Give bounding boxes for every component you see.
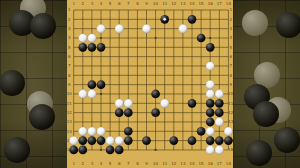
stone-white[interactable]: [97, 24, 106, 33]
coord-label-left: 13: [67, 119, 72, 124]
coord-label-bottom: 9: [145, 161, 148, 166]
coord-label-top: 18: [226, 1, 232, 6]
stone-white[interactable]: [215, 90, 224, 99]
stone-white[interactable]: [206, 146, 215, 155]
coord-label-right: 9: [230, 82, 233, 87]
backdrop-stone-black: [276, 12, 300, 38]
hoshi-point: [155, 149, 157, 151]
stone-white[interactable]: [124, 99, 133, 108]
stone-white[interactable]: [88, 34, 97, 43]
backdrop-stone-black: [246, 140, 272, 166]
coord-label-left: 2: [68, 17, 71, 22]
coord-label-left: 10: [67, 91, 72, 96]
coord-label-right: 8: [230, 73, 233, 78]
coord-label-bottom: 1: [72, 161, 75, 166]
coord-label-top: 6: [118, 1, 121, 6]
coord-label-bottom: 17: [217, 161, 223, 166]
stone-black[interactable]: [78, 146, 87, 155]
stone-white[interactable]: [215, 146, 224, 155]
stone-white[interactable]: [115, 99, 124, 108]
coord-label-right: 16: [228, 147, 233, 152]
stone-black[interactable]: [115, 108, 124, 117]
coord-label-bottom: 6: [118, 161, 121, 166]
stone-black[interactable]: [69, 146, 78, 155]
coord-label-bottom: 3: [91, 161, 94, 166]
coord-label-left: 6: [68, 54, 71, 59]
stone-black[interactable]: [188, 99, 197, 108]
coord-label-top: 14: [189, 1, 195, 6]
stone-black[interactable]: [124, 136, 133, 145]
stone-black[interactable]: [206, 136, 215, 145]
stone-white[interactable]: [206, 80, 215, 89]
stone-white[interactable]: [69, 136, 78, 145]
coord-label-top: 5: [109, 1, 112, 6]
coord-label-top: 8: [136, 1, 139, 6]
stone-black[interactable]: [215, 136, 224, 145]
coord-label-top: 9: [145, 1, 148, 6]
stone-white[interactable]: [206, 62, 215, 71]
stone-white[interactable]: [179, 24, 188, 33]
hoshi-point: [209, 37, 211, 39]
stone-black[interactable]: [124, 108, 133, 117]
stone-black[interactable]: [215, 99, 224, 108]
coord-label-right: 11: [228, 101, 233, 106]
coord-label-right: 1: [230, 7, 233, 12]
coord-label-bottom: 8: [136, 161, 139, 166]
backdrop-stone-black: [274, 127, 300, 153]
stone-black[interactable]: [206, 43, 215, 52]
coord-label-top: 2: [82, 1, 85, 6]
hoshi-point: [155, 37, 157, 39]
coord-label-bottom: 14: [189, 161, 195, 166]
coord-label-bottom: 15: [199, 161, 205, 166]
goban-panel: 1122334455667788991010111112121313141415…: [67, 0, 233, 168]
coord-label-bottom: 4: [100, 161, 103, 166]
coord-label-left: 1: [68, 7, 71, 12]
coord-label-top: 4: [100, 1, 103, 6]
coord-label-left: 3: [68, 26, 71, 31]
stone-black[interactable]: [106, 146, 115, 155]
stone-black[interactable]: [88, 43, 97, 52]
coord-label-left: 12: [67, 110, 72, 115]
coord-label-bottom: 10: [153, 161, 159, 166]
coord-label-bottom: 16: [208, 161, 214, 166]
stone-white[interactable]: [206, 90, 215, 99]
stone-black[interactable]: [151, 90, 160, 99]
coord-label-top: 17: [217, 1, 223, 6]
coord-label-top: 11: [162, 1, 168, 6]
go-board[interactable]: 1122334455667788991010111112121313141415…: [67, 0, 233, 168]
backdrop-stone-black: [253, 101, 279, 127]
stone-white[interactable]: [78, 90, 87, 99]
stone-black[interactable]: [88, 80, 97, 89]
stone-black[interactable]: [206, 108, 215, 117]
screenshot-stage: 1122334455667788991010111112121313141415…: [0, 0, 300, 168]
stone-black[interactable]: [206, 99, 215, 108]
stone-black[interactable]: [188, 136, 197, 145]
stone-black[interactable]: [115, 146, 124, 155]
coord-label-left: 9: [68, 82, 71, 87]
stone-white[interactable]: [142, 24, 151, 33]
coord-label-top: 15: [199, 1, 205, 6]
stone-black[interactable]: [197, 127, 206, 136]
stone-white[interactable]: [215, 118, 224, 127]
stone-black[interactable]: [78, 136, 87, 145]
coord-label-bottom: 12: [171, 161, 177, 166]
stone-black[interactable]: [224, 136, 233, 145]
stone-white[interactable]: [115, 136, 124, 145]
coord-label-left: 7: [68, 63, 71, 68]
backdrop-stone-black: [30, 13, 56, 39]
stone-white[interactable]: [78, 127, 87, 136]
coord-label-right: 2: [230, 17, 233, 22]
coord-label-left: 5: [68, 45, 71, 50]
stone-black[interactable]: [197, 34, 206, 43]
stone-black[interactable]: [78, 43, 87, 52]
stone-black[interactable]: [142, 136, 151, 145]
coord-label-right: 4: [230, 35, 233, 40]
coord-label-top: 10: [153, 1, 159, 6]
coord-label-right: 13: [228, 119, 233, 124]
last-move-marker: [163, 18, 166, 21]
coord-label-bottom: 11: [162, 161, 168, 166]
coord-label-right: 5: [230, 45, 233, 50]
stone-white[interactable]: [206, 127, 215, 136]
stone-white[interactable]: [115, 24, 124, 33]
stone-black[interactable]: [97, 136, 106, 145]
coord-label-right: 6: [230, 54, 233, 59]
stone-black[interactable]: [188, 15, 197, 24]
stone-black[interactable]: [97, 43, 106, 52]
coord-label-left: 4: [68, 35, 71, 40]
coord-label-bottom: 18: [226, 161, 232, 166]
stone-black[interactable]: [169, 136, 178, 145]
coord-label-top: 12: [171, 1, 177, 6]
backdrop-stone-black: [0, 70, 25, 96]
background-board-right: [233, 0, 300, 168]
backdrop-stone-black: [4, 137, 30, 163]
coord-label-bottom: 2: [82, 161, 85, 166]
coord-label-top: 16: [208, 1, 214, 6]
coord-label-right: 10: [228, 91, 233, 96]
stone-black[interactable]: [97, 80, 106, 89]
stone-white[interactable]: [88, 127, 97, 136]
coord-label-top: 1: [72, 1, 75, 6]
stone-white[interactable]: [224, 127, 233, 136]
stone-white[interactable]: [88, 90, 97, 99]
stone-black[interactable]: [206, 118, 215, 127]
hoshi-point: [100, 93, 102, 95]
coord-label-top: 13: [180, 1, 186, 6]
coord-label-bottom: 7: [127, 161, 130, 166]
backdrop-stone-black: [29, 104, 55, 130]
coord-label-right: 12: [228, 110, 233, 115]
coord-label-left: 11: [67, 101, 72, 106]
hoshi-point: [100, 37, 102, 39]
background-board-left: [0, 0, 67, 168]
stone-white[interactable]: [160, 99, 169, 108]
stone-black[interactable]: [151, 108, 160, 117]
coord-label-bottom: 5: [109, 161, 112, 166]
stone-black[interactable]: [215, 108, 224, 117]
backdrop-stone-grey: [242, 10, 268, 36]
stone-black[interactable]: [88, 136, 97, 145]
coord-label-bottom: 13: [180, 161, 186, 166]
coord-label-top: 3: [91, 1, 94, 6]
stone-white[interactable]: [97, 127, 106, 136]
stone-black[interactable]: [124, 127, 133, 136]
coord-label-left: 8: [68, 73, 71, 78]
hoshi-point: [100, 149, 102, 151]
coord-label-right: 3: [230, 26, 233, 31]
coord-label-top: 7: [127, 1, 130, 6]
coord-label-right: 7: [230, 63, 233, 68]
stone-white[interactable]: [106, 136, 115, 145]
coord-label-left: 14: [67, 129, 72, 134]
stone-white[interactable]: [78, 34, 87, 43]
